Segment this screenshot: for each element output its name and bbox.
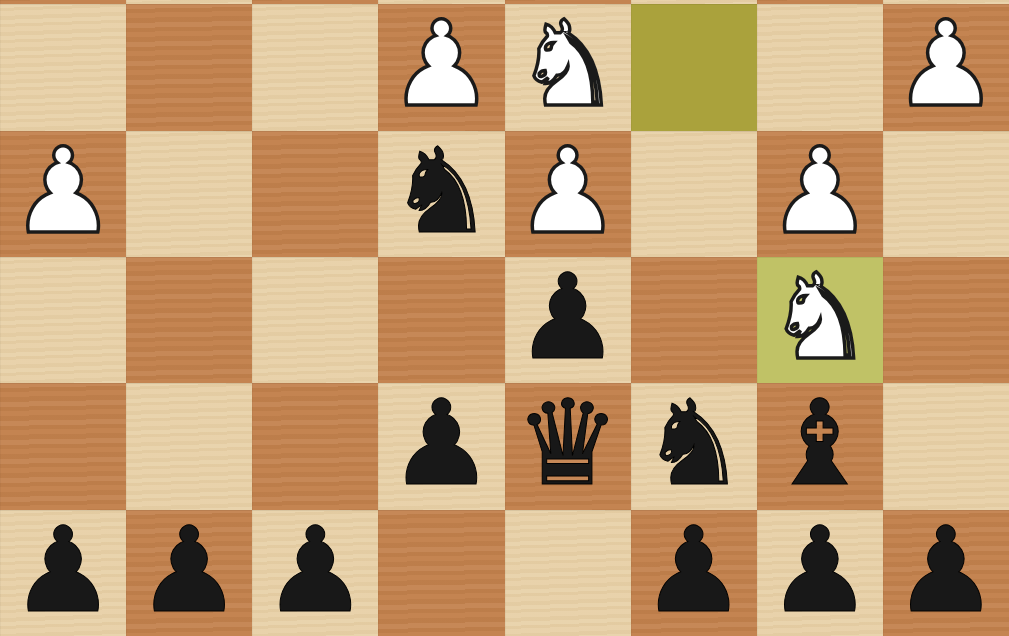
- black-pawn[interactable]: ♟: [389, 384, 495, 502]
- square-h3[interactable]: [0, 4, 126, 130]
- square-a7[interactable]: ♟: [883, 510, 1009, 636]
- square-h7[interactable]: ♟: [0, 510, 126, 636]
- square-b7[interactable]: ♟: [757, 510, 883, 636]
- square-b5[interactable]: ♞: [757, 257, 883, 383]
- square-c3[interactable]: [631, 4, 757, 130]
- square-d5[interactable]: ♟: [505, 257, 631, 383]
- square-g5[interactable]: [126, 257, 252, 383]
- square-b4[interactable]: ♟: [757, 131, 883, 257]
- black-bishop[interactable]: ♝: [767, 384, 873, 502]
- square-f5[interactable]: [252, 257, 378, 383]
- square-a3[interactable]: ♟: [883, 4, 1009, 130]
- square-a6[interactable]: [883, 383, 1009, 509]
- black-knight[interactable]: ♞: [389, 132, 495, 250]
- square-e5[interactable]: [378, 257, 504, 383]
- square-d3[interactable]: ♞: [505, 4, 631, 130]
- square-f7[interactable]: ♟: [252, 510, 378, 636]
- square-a4[interactable]: [883, 131, 1009, 257]
- square-a5[interactable]: [883, 257, 1009, 383]
- square-c5[interactable]: [631, 257, 757, 383]
- square-h4[interactable]: ♟: [0, 131, 126, 257]
- square-d6[interactable]: ♛: [505, 383, 631, 509]
- square-d7[interactable]: [505, 510, 631, 636]
- black-pawn[interactable]: ♟: [515, 258, 621, 376]
- square-f3[interactable]: [252, 4, 378, 130]
- black-pawn[interactable]: ♟: [893, 511, 999, 629]
- square-f6[interactable]: [252, 383, 378, 509]
- square-h5[interactable]: [0, 257, 126, 383]
- square-h6[interactable]: [0, 383, 126, 509]
- square-e6[interactable]: ♟: [378, 383, 504, 509]
- square-e4[interactable]: ♞: [378, 131, 504, 257]
- square-d4[interactable]: ♟: [505, 131, 631, 257]
- white-knight[interactable]: ♞: [515, 5, 621, 123]
- square-g3[interactable]: [126, 4, 252, 130]
- black-pawn[interactable]: ♟: [641, 511, 747, 629]
- black-pawn[interactable]: ♟: [136, 511, 242, 629]
- square-b3[interactable]: [757, 4, 883, 130]
- black-pawn[interactable]: ♟: [262, 511, 368, 629]
- white-pawn[interactable]: ♟: [767, 132, 873, 250]
- black-knight[interactable]: ♞: [641, 384, 747, 502]
- square-c4[interactable]: [631, 131, 757, 257]
- board-grid: ♟♞♟♟♞♟♟♟♞♟♛♞♝♟♟♟♟♟♟: [0, 0, 1009, 636]
- black-pawn[interactable]: ♟: [767, 511, 873, 629]
- white-pawn[interactable]: ♟: [389, 5, 495, 123]
- chessboard-viewport: ♟♞♟♟♞♟♟♟♞♟♛♞♝♟♟♟♟♟♟: [0, 0, 1009, 636]
- white-pawn[interactable]: ♟: [515, 132, 621, 250]
- square-c6[interactable]: ♞: [631, 383, 757, 509]
- square-e3[interactable]: ♟: [378, 4, 504, 130]
- square-c7[interactable]: ♟: [631, 510, 757, 636]
- square-b6[interactable]: ♝: [757, 383, 883, 509]
- square-f4[interactable]: [252, 131, 378, 257]
- black-queen[interactable]: ♛: [515, 384, 621, 502]
- square-g7[interactable]: ♟: [126, 510, 252, 636]
- white-pawn[interactable]: ♟: [893, 5, 999, 123]
- square-e7[interactable]: [378, 510, 504, 636]
- black-pawn[interactable]: ♟: [10, 511, 116, 629]
- white-pawn[interactable]: ♟: [10, 132, 116, 250]
- square-g4[interactable]: [126, 131, 252, 257]
- white-knight[interactable]: ♞: [767, 258, 873, 376]
- square-g6[interactable]: [126, 383, 252, 509]
